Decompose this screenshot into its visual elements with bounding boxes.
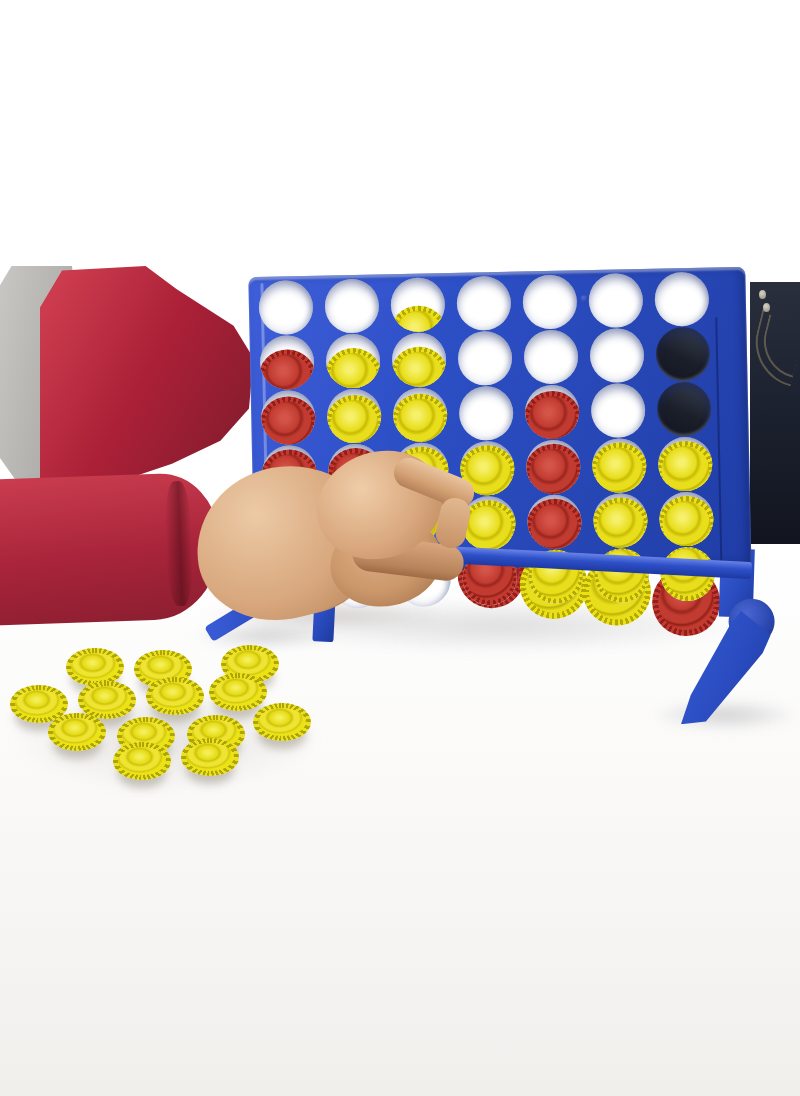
red-checker bbox=[261, 396, 316, 445]
frame-groove bbox=[715, 317, 722, 563]
red-checker bbox=[527, 498, 582, 549]
yellow-checker-on-table bbox=[253, 703, 311, 741]
hole-r3c6 bbox=[591, 383, 646, 438]
hole-r4c5 bbox=[526, 439, 581, 494]
hole-r5c5 bbox=[527, 494, 582, 549]
hole-r5c6 bbox=[593, 493, 648, 548]
hole-r3c2 bbox=[327, 388, 382, 443]
yellow-checker-on-table bbox=[181, 738, 239, 776]
hole-r1c7 bbox=[654, 272, 709, 327]
hole-r1c1 bbox=[258, 280, 313, 335]
hole-r1c3 bbox=[390, 277, 445, 332]
hole-r3c1 bbox=[261, 390, 316, 445]
yellow-checker bbox=[327, 394, 382, 443]
hole-r5c7 bbox=[659, 492, 714, 547]
hole-r1c4 bbox=[456, 276, 511, 331]
hole-r4c7 bbox=[658, 437, 713, 492]
hole-r2c5 bbox=[523, 329, 578, 384]
hole-r3c4 bbox=[459, 386, 514, 441]
yellow-checker bbox=[593, 497, 648, 548]
yellow-checker-on-table bbox=[209, 673, 267, 711]
photo-connect-four-scene bbox=[0, 0, 800, 1096]
yellow-checker-on-table bbox=[48, 713, 106, 751]
mold-dimple bbox=[581, 295, 588, 302]
yellow-checker-on-table bbox=[66, 648, 124, 686]
hole-r2c3 bbox=[391, 332, 446, 387]
hole-r2c1 bbox=[260, 335, 315, 390]
yellow-checker bbox=[658, 441, 713, 492]
left-player-forearm-sleeve bbox=[0, 472, 222, 627]
hole-r2c4 bbox=[457, 331, 512, 386]
yellow-checker bbox=[592, 442, 647, 493]
yellow-checker bbox=[325, 347, 380, 388]
yellow-checker-on-table bbox=[146, 677, 204, 715]
hole-r1c5 bbox=[522, 274, 577, 329]
hole-r4c6 bbox=[592, 438, 647, 493]
hole-r2c2 bbox=[325, 333, 380, 388]
red-checker bbox=[526, 443, 581, 494]
red-checker bbox=[260, 349, 315, 390]
yellow-checker bbox=[393, 393, 448, 442]
yellow-checker-on-table bbox=[113, 742, 171, 780]
released-discs-row bbox=[195, 254, 795, 267]
hole-r2c7 bbox=[655, 327, 710, 382]
hole-r3c5 bbox=[525, 384, 580, 439]
yellow-checker bbox=[659, 495, 714, 546]
hole-r3c3 bbox=[393, 387, 448, 442]
hole-r1c2 bbox=[324, 278, 379, 333]
yellow-checker bbox=[390, 305, 445, 332]
red-checker bbox=[525, 390, 580, 439]
hole-r2c6 bbox=[589, 328, 644, 383]
hole-r3c7 bbox=[657, 382, 712, 437]
hole-r1c6 bbox=[588, 273, 643, 328]
yellow-checker bbox=[391, 346, 446, 387]
